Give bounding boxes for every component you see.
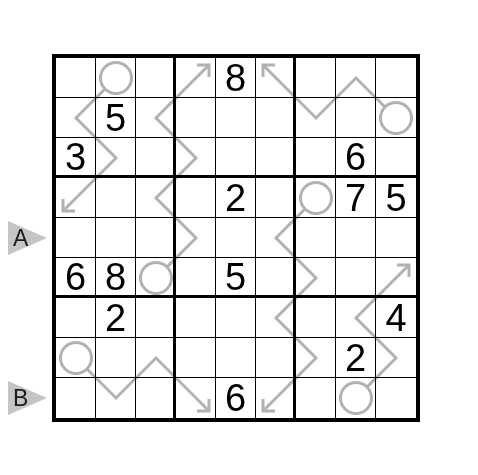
cell-r4c9[interactable]: 5 <box>376 178 416 218</box>
row-marker-b-label: B <box>8 385 28 412</box>
cell-r6c8[interactable] <box>336 258 376 298</box>
cell-r8c5[interactable] <box>216 338 256 378</box>
cell-r8c4[interactable] <box>176 338 216 378</box>
cell-r5c6[interactable] <box>256 218 296 258</box>
cell-r4c2[interactable] <box>96 178 136 218</box>
cell-r9c2[interactable] <box>96 378 136 418</box>
cell-r5c7[interactable] <box>296 218 336 258</box>
cell-r7c3[interactable] <box>136 298 176 338</box>
cell-r2c7[interactable] <box>296 98 336 138</box>
cell-r4c4[interactable] <box>176 178 216 218</box>
cell-r2c3[interactable] <box>136 98 176 138</box>
cell-r6c3[interactable] <box>136 258 176 298</box>
cell-r8c3[interactable] <box>136 338 176 378</box>
cell-r1c5[interactable]: 8 <box>216 58 256 98</box>
cell-r5c8[interactable] <box>336 218 376 258</box>
cell-r5c9[interactable] <box>376 218 416 258</box>
cell-r4c3[interactable] <box>136 178 176 218</box>
cell-r9c1[interactable] <box>56 378 96 418</box>
cell-r1c8[interactable] <box>336 58 376 98</box>
cell-r3c8[interactable]: 6 <box>336 138 376 178</box>
cell-r2c2[interactable]: 5 <box>96 98 136 138</box>
cell-r6c4[interactable] <box>176 258 216 298</box>
cell-r4c8[interactable]: 7 <box>336 178 376 218</box>
cell-r5c1[interactable] <box>56 218 96 258</box>
cell-r2c5[interactable] <box>216 98 256 138</box>
puzzle-page: A B 85362756852426 <box>0 0 478 475</box>
cell-r2c6[interactable] <box>256 98 296 138</box>
cell-r2c1[interactable] <box>56 98 96 138</box>
cell-r6c1[interactable]: 6 <box>56 258 96 298</box>
cell-r2c8[interactable] <box>336 98 376 138</box>
cell-r9c8[interactable] <box>336 378 376 418</box>
cell-r7c4[interactable] <box>176 298 216 338</box>
cell-r5c2[interactable] <box>96 218 136 258</box>
cell-r1c9[interactable] <box>376 58 416 98</box>
cell-r7c6[interactable] <box>256 298 296 338</box>
cell-r8c8[interactable]: 2 <box>336 338 376 378</box>
cell-r3c3[interactable] <box>136 138 176 178</box>
cell-r6c2[interactable]: 8 <box>96 258 136 298</box>
cell-r3c2[interactable] <box>96 138 136 178</box>
cell-r8c9[interactable] <box>376 338 416 378</box>
cell-r7c9[interactable]: 4 <box>376 298 416 338</box>
cell-r5c3[interactable] <box>136 218 176 258</box>
cell-r1c1[interactable] <box>56 58 96 98</box>
cell-r3c5[interactable] <box>216 138 256 178</box>
cell-r5c4[interactable] <box>176 218 216 258</box>
cell-r7c1[interactable] <box>56 298 96 338</box>
cell-r9c7[interactable] <box>296 378 336 418</box>
cell-r1c3[interactable] <box>136 58 176 98</box>
sudoku-board: 85362756852426 <box>52 54 420 422</box>
row-marker-b: B <box>8 381 47 415</box>
cell-r9c4[interactable] <box>176 378 216 418</box>
cell-r8c2[interactable] <box>96 338 136 378</box>
cell-r8c6[interactable] <box>256 338 296 378</box>
cell-r2c9[interactable] <box>376 98 416 138</box>
cell-r4c7[interactable] <box>296 178 336 218</box>
cell-r6c9[interactable] <box>376 258 416 298</box>
cell-r9c9[interactable] <box>376 378 416 418</box>
cell-r4c6[interactable] <box>256 178 296 218</box>
cell-r3c4[interactable] <box>176 138 216 178</box>
row-marker-a-label: A <box>8 225 28 252</box>
cell-r8c7[interactable] <box>296 338 336 378</box>
cell-r9c5[interactable]: 6 <box>216 378 256 418</box>
cell-r5c5[interactable] <box>216 218 256 258</box>
cell-r6c7[interactable] <box>296 258 336 298</box>
cell-r6c6[interactable] <box>256 258 296 298</box>
cell-r2c4[interactable] <box>176 98 216 138</box>
cell-r3c6[interactable] <box>256 138 296 178</box>
cell-r9c6[interactable] <box>256 378 296 418</box>
row-marker-a: A <box>8 221 47 255</box>
cell-r4c5[interactable]: 2 <box>216 178 256 218</box>
cell-r3c9[interactable] <box>376 138 416 178</box>
cell-r7c5[interactable] <box>216 298 256 338</box>
cell-r3c7[interactable] <box>296 138 336 178</box>
cell-r1c6[interactable] <box>256 58 296 98</box>
cell-r1c4[interactable] <box>176 58 216 98</box>
sudoku-cell-grid: 85362756852426 <box>56 58 416 418</box>
cell-r8c1[interactable] <box>56 338 96 378</box>
cell-r7c7[interactable] <box>296 298 336 338</box>
cell-r3c1[interactable]: 3 <box>56 138 96 178</box>
cell-r6c5[interactable]: 5 <box>216 258 256 298</box>
cell-r1c2[interactable] <box>96 58 136 98</box>
cell-r7c8[interactable] <box>336 298 376 338</box>
cell-r1c7[interactable] <box>296 58 336 98</box>
cell-r4c1[interactable] <box>56 178 96 218</box>
cell-r9c3[interactable] <box>136 378 176 418</box>
cell-r7c2[interactable]: 2 <box>96 298 136 338</box>
